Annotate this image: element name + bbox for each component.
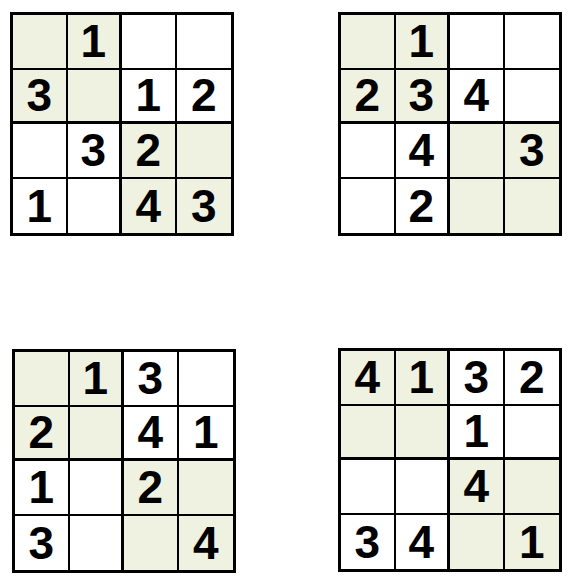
puzzle-bottom-right-cell-r1c3: 3 <box>450 351 505 406</box>
puzzle-bottom-left-cell-r3c3: 2 <box>124 461 179 516</box>
puzzle-bottom-left-cell-r2c2[interactable] <box>70 407 125 462</box>
puzzle-top-left-cell-r4c4: 3 <box>177 179 232 234</box>
puzzle-top-left: 131232143 <box>10 12 234 236</box>
puzzle-bottom-right-cell-r2c3: 1 <box>450 406 505 461</box>
puzzle-bottom-left-cell-r2c1: 2 <box>15 407 70 462</box>
puzzle-bottom-right-cell-r3c4[interactable] <box>505 460 560 515</box>
puzzle-top-right-cell-r4c4[interactable] <box>505 179 560 234</box>
puzzle-bottom-right-cell-r3c3: 4 <box>450 460 505 515</box>
puzzle-top-left-cell-r4c3: 4 <box>122 179 177 234</box>
puzzle-bottom-right-cell-r3c1[interactable] <box>341 460 396 515</box>
puzzle-bottom-left-cell-r1c4[interactable] <box>179 352 234 407</box>
puzzle-top-right-cell-r3c2: 4 <box>396 124 451 179</box>
puzzle-bottom-right-cell-r2c4[interactable] <box>505 406 560 461</box>
puzzle-top-right-cell-r2c2: 3 <box>396 70 451 125</box>
puzzle-bottom-left-cell-r2c3: 4 <box>124 407 179 462</box>
puzzle-top-right-cell-r3c3[interactable] <box>450 124 505 179</box>
puzzle-top-right-cell-r1c1[interactable] <box>341 15 396 70</box>
puzzle-bottom-left-cell-r4c3[interactable] <box>124 516 179 571</box>
puzzle-top-right-cell-r1c3[interactable] <box>450 15 505 70</box>
puzzle-top-right-cell-r2c4[interactable] <box>505 70 560 125</box>
puzzle-bottom-right-cell-r4c1: 3 <box>341 515 396 570</box>
puzzle-bottom-left-cell-r2c4: 1 <box>179 407 234 462</box>
puzzle-top-left-cell-r3c2: 3 <box>68 124 123 179</box>
puzzle-top-right-cell-r2c3: 4 <box>450 70 505 125</box>
puzzle-bottom-right-cell-r1c4: 2 <box>505 351 560 406</box>
puzzle-top-right-cell-r3c4: 3 <box>505 124 560 179</box>
puzzle-bottom-right-cell-r4c4: 1 <box>505 515 560 570</box>
puzzle-bottom-right-cell-r2c2[interactable] <box>396 406 451 461</box>
puzzle-top-left-cell-r2c2[interactable] <box>68 70 123 125</box>
puzzle-top-left-cell-r1c4[interactable] <box>177 15 232 70</box>
puzzle-top-left-cell-r3c1[interactable] <box>13 124 68 179</box>
puzzle-top-left-cell-r2c1: 3 <box>13 70 68 125</box>
puzzle-top-right-cell-r4c2: 2 <box>396 179 451 234</box>
puzzle-bottom-right-cell-r4c2: 4 <box>396 515 451 570</box>
puzzle-bottom-left-cell-r1c1[interactable] <box>15 352 70 407</box>
puzzle-bottom-right-cell-r1c1: 4 <box>341 351 396 406</box>
sudoku-worksheet: 131232143 1234432 132411234 413214341 <box>0 0 571 588</box>
puzzle-top-left-cell-r4c1: 1 <box>13 179 68 234</box>
puzzle-bottom-left: 132411234 <box>12 349 236 573</box>
puzzle-bottom-left-cell-r3c4[interactable] <box>179 461 234 516</box>
puzzle-top-left-cell-r2c4: 2 <box>177 70 232 125</box>
puzzle-bottom-left-cell-r4c2[interactable] <box>70 516 125 571</box>
puzzle-top-right-cell-r1c4[interactable] <box>505 15 560 70</box>
puzzle-top-right-cell-r1c2: 1 <box>396 15 451 70</box>
puzzle-top-right-cell-r4c1[interactable] <box>341 179 396 234</box>
puzzle-bottom-left-cell-r4c4: 4 <box>179 516 234 571</box>
puzzle-top-left-cell-r3c3: 2 <box>122 124 177 179</box>
puzzle-bottom-right-cell-r2c1[interactable] <box>341 406 396 461</box>
puzzle-top-right-cell-r3c1[interactable] <box>341 124 396 179</box>
puzzle-bottom-left-cell-r3c2[interactable] <box>70 461 125 516</box>
puzzle-bottom-right: 413214341 <box>338 348 562 572</box>
puzzle-bottom-left-cell-r1c3: 3 <box>124 352 179 407</box>
puzzle-top-right: 1234432 <box>338 12 562 236</box>
puzzle-bottom-right-cell-r4c3[interactable] <box>450 515 505 570</box>
puzzle-bottom-right-cell-r1c2: 1 <box>396 351 451 406</box>
puzzle-bottom-left-cell-r1c2: 1 <box>70 352 125 407</box>
puzzle-top-left-cell-r2c3: 1 <box>122 70 177 125</box>
puzzle-top-left-cell-r4c2[interactable] <box>68 179 123 234</box>
puzzle-top-left-cell-r1c3[interactable] <box>122 15 177 70</box>
puzzle-top-left-cell-r3c4[interactable] <box>177 124 232 179</box>
puzzle-top-right-cell-r2c1: 2 <box>341 70 396 125</box>
puzzle-bottom-left-cell-r3c1: 1 <box>15 461 70 516</box>
puzzle-top-left-cell-r1c2: 1 <box>68 15 123 70</box>
puzzle-top-left-cell-r1c1[interactable] <box>13 15 68 70</box>
puzzle-bottom-left-cell-r4c1: 3 <box>15 516 70 571</box>
puzzle-top-right-cell-r4c3[interactable] <box>450 179 505 234</box>
puzzle-bottom-right-cell-r3c2[interactable] <box>396 460 451 515</box>
